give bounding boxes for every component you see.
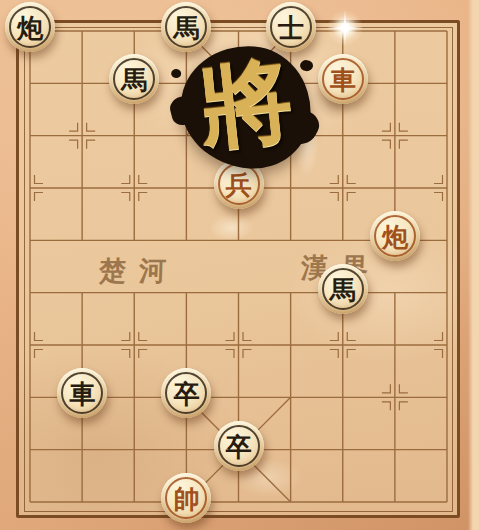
piece-character: 卒 (226, 434, 252, 460)
piece-character: 兵 (226, 172, 252, 198)
piece-black-cannon[interactable]: 炮 (5, 2, 55, 52)
piece-character: 士 (278, 15, 304, 41)
piece-character: 車 (69, 381, 95, 407)
piece-black-advisor[interactable]: 士 (266, 2, 316, 52)
xiangqi-game-screen: 楚河 漢界 炮馬士馬將車兵炮馬車卒卒帥 將 (0, 0, 479, 530)
check-announcement-overlay: 將 (181, 46, 311, 168)
piece-black-horse[interactable]: 馬 (318, 264, 368, 314)
piece-red-cannon[interactable]: 炮 (370, 211, 420, 261)
piece-character: 馬 (173, 15, 199, 41)
check-text: 將 (195, 53, 296, 154)
piece-character: 帥 (173, 486, 199, 512)
piece-character: 馬 (121, 67, 147, 93)
background-strip (468, 0, 479, 530)
piece-character: 炮 (17, 15, 43, 41)
river-label-left: 楚河 (99, 257, 180, 284)
ink-splatter (235, 157, 247, 167)
piece-character: 車 (330, 67, 356, 93)
piece-character: 卒 (173, 381, 199, 407)
piece-character: 馬 (330, 277, 356, 303)
piece-red-chariot[interactable]: 車 (318, 54, 368, 104)
piece-black-soldier[interactable]: 卒 (214, 421, 264, 471)
piece-character: 炮 (382, 224, 408, 250)
